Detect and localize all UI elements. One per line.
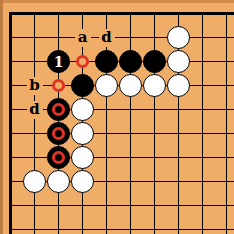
grid-line-vertical	[154, 12, 156, 234]
point-label-d: d	[99, 29, 115, 47]
white-stone	[167, 50, 190, 73]
white-stone	[71, 98, 94, 121]
grid-line-vertical	[34, 12, 36, 234]
white-stone	[143, 74, 166, 97]
grid-line-horizontal	[9, 12, 234, 15]
point-label-d: d	[27, 101, 43, 119]
white-stone	[47, 170, 70, 193]
grid-line-horizontal	[9, 157, 234, 159]
circle-mark-on-stone	[52, 103, 65, 116]
black-stone	[143, 50, 166, 73]
grid-line-horizontal	[9, 205, 234, 207]
white-stone	[119, 74, 142, 97]
grid-line-vertical	[226, 12, 228, 234]
grid-line-vertical	[130, 12, 132, 234]
grid-line-horizontal	[9, 229, 234, 231]
board-shadow-top	[0, 0, 234, 3]
white-stone	[71, 122, 94, 145]
grid-line-vertical	[9, 12, 12, 234]
circle-mark-on-stone	[52, 127, 65, 140]
white-stone	[167, 26, 190, 49]
black-stone	[119, 50, 142, 73]
grid-line-vertical	[202, 12, 204, 234]
move-number: 1	[47, 50, 70, 73]
white-stone	[23, 170, 46, 193]
circle-mark-empty-point	[76, 55, 89, 68]
white-stone	[71, 146, 94, 169]
board-shadow-left	[0, 0, 3, 234]
white-stone	[95, 74, 118, 97]
black-stone	[71, 74, 94, 97]
grid-line-horizontal	[9, 37, 234, 39]
white-stone	[71, 170, 94, 193]
black-stone	[95, 50, 118, 73]
grid-line-horizontal	[9, 133, 234, 135]
circle-mark-empty-point	[52, 79, 65, 92]
grid-line-horizontal	[9, 109, 234, 111]
go-board: adbd1	[0, 0, 234, 234]
circle-mark-on-stone	[52, 151, 65, 164]
point-label-a: a	[75, 29, 91, 47]
point-label-b: b	[27, 77, 43, 95]
white-stone	[167, 74, 190, 97]
